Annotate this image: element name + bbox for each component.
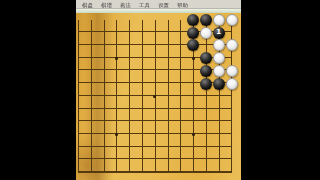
white-stone bbox=[213, 52, 225, 64]
white-stone bbox=[213, 39, 225, 51]
move-number-label: 1 bbox=[216, 29, 221, 36]
black-stone bbox=[187, 14, 199, 26]
menu-bar: 棋盘 棋谱 着法 工具 设置 帮助 bbox=[76, 0, 241, 9]
black-stone bbox=[200, 65, 212, 77]
black-stone bbox=[200, 78, 212, 90]
white-stone bbox=[226, 39, 238, 51]
star-point bbox=[115, 57, 118, 60]
black-stone bbox=[187, 27, 199, 39]
white-stone bbox=[200, 27, 212, 39]
star-point bbox=[115, 133, 118, 136]
white-stone bbox=[226, 78, 238, 90]
black-stone bbox=[187, 39, 199, 51]
right-letterbox-bar bbox=[241, 0, 320, 180]
white-stone bbox=[226, 65, 238, 77]
white-stone bbox=[226, 14, 238, 26]
black-stone: 1 bbox=[213, 27, 225, 39]
app-window: 棋盘 棋谱 着法 工具 设置 帮助 1 bbox=[76, 0, 241, 180]
menu-item-help[interactable]: 帮助 bbox=[177, 0, 188, 8]
star-point bbox=[192, 57, 195, 60]
black-stone bbox=[200, 52, 212, 64]
white-stone bbox=[213, 14, 225, 26]
menu-item-record[interactable]: 棋谱 bbox=[101, 0, 112, 8]
menu-item-tools[interactable]: 工具 bbox=[139, 0, 150, 8]
menu-item-settings[interactable]: 设置 bbox=[158, 0, 169, 8]
left-letterbox-bar bbox=[0, 0, 76, 180]
board-grid[interactable]: 1 bbox=[78, 20, 233, 173]
star-point bbox=[192, 133, 195, 136]
menu-item-board[interactable]: 棋盘 bbox=[82, 0, 93, 8]
black-stone bbox=[200, 14, 212, 26]
black-stone bbox=[213, 78, 225, 90]
screen: 棋盘 棋谱 着法 工具 设置 帮助 1 bbox=[0, 0, 320, 180]
white-stone bbox=[213, 65, 225, 77]
go-board[interactable]: 1 bbox=[76, 13, 241, 180]
menu-item-moves[interactable]: 着法 bbox=[120, 0, 131, 8]
star-point bbox=[153, 95, 156, 98]
